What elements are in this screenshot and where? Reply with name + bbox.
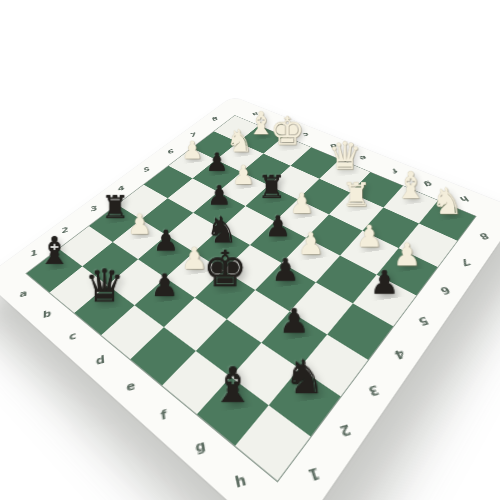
rank-label-3-far: 3 [353,372,394,408]
rank-label-7-far: 7 [447,249,484,274]
piece-black-pawn-h5[interactable]: ♟ [351,221,419,300]
piece-black-queen-c1[interactable]: ♛ [72,234,136,309]
chess-mat: aabbccddeeffgghh1122334455667788♝♚♛♝♞♞♜♟… [0,96,500,500]
piece-black-knight-h2[interactable]: ♞ [266,311,343,401]
rank-label-4-far: 4 [379,338,419,370]
rank-label-6-far: 6 [426,276,464,303]
file-label-c: c [59,322,86,351]
rank-label-2-far: 2 [324,410,366,449]
rank-label-5-far: 5 [404,306,443,336]
file-label-d: d [86,345,115,376]
rank-label-8-far: 8 [466,224,500,247]
product-photo-stage: aabbccddeeffgghh1122334455667788♝♚♛♝♞♞♜♟… [0,0,500,500]
file-label-b: b [34,301,60,328]
file-label-g: g [182,428,219,468]
file-label-h: h [221,461,261,500]
piece-black-bishop-g1[interactable]: ♝ [194,320,271,409]
file-label-e: e [115,370,146,404]
file-label-f: f [147,398,181,435]
piece-black-pawn-d2[interactable]: ♟ [132,226,197,301]
rank-label-1-far: 1 [293,452,336,495]
square-e1[interactable] [130,327,195,385]
file-label-a: a [10,282,36,307]
piece-black-king-e3[interactable]: ♚ [193,218,258,293]
